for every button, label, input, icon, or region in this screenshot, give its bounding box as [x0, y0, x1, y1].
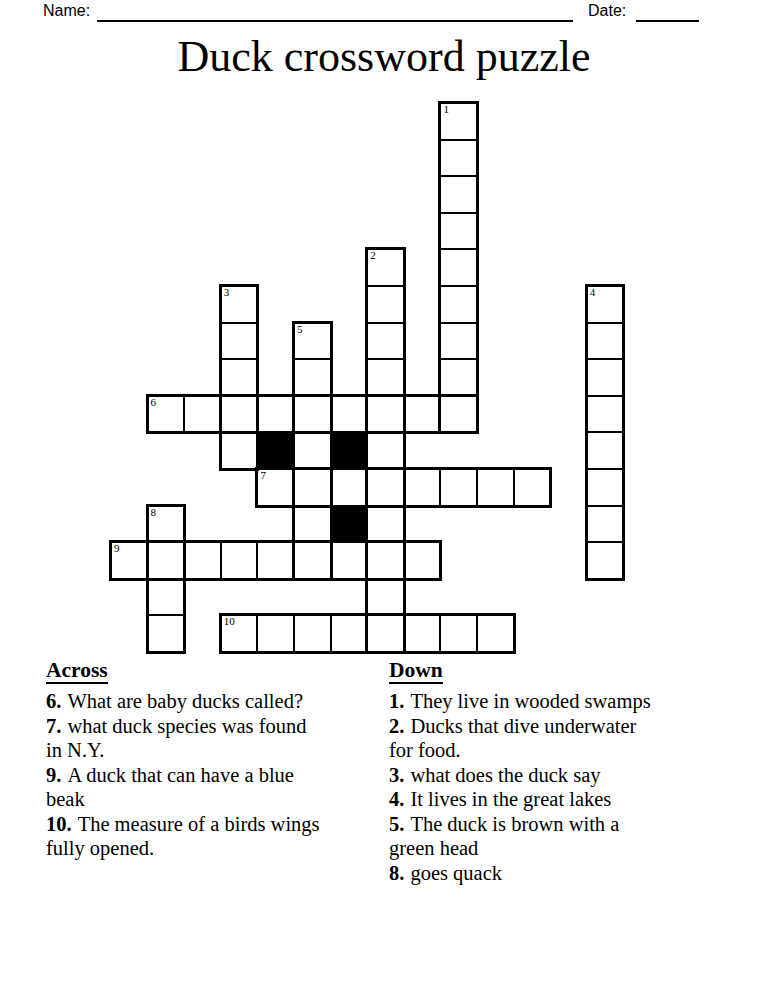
cell-number: 10 [224, 615, 235, 628]
cell-number: 4 [590, 286, 596, 299]
grid-cell[interactable] [256, 614, 295, 653]
black-cell [256, 431, 295, 470]
grid-cell[interactable] [366, 285, 405, 324]
cell-number: 7 [260, 469, 266, 482]
grid-cell[interactable] [366, 322, 405, 361]
grid-cell[interactable] [183, 395, 222, 434]
clue-number: 10. [46, 813, 72, 835]
grid-cell[interactable] [366, 541, 405, 580]
grid-cell[interactable] [439, 395, 478, 434]
grid-cell[interactable]: 5 [293, 322, 332, 361]
down-clues: Down 1.They live in wooded swamps2.Ducks… [389, 658, 724, 885]
grid-cell[interactable] [439, 212, 478, 251]
clue-item-5: 5.The duck is brown with a green head [389, 812, 724, 861]
grid-cell[interactable] [220, 358, 259, 397]
grid-cell[interactable] [439, 139, 478, 178]
grid-cell[interactable] [403, 395, 442, 434]
clue-item-7: 7.what duck species was found in N.Y. [46, 714, 381, 763]
grid-cell[interactable] [586, 322, 625, 361]
worksheet-page: Name: Date: Duck crossword puzzle 123456… [0, 0, 768, 994]
grid-cell[interactable] [476, 614, 515, 653]
clue-text: They live in wooded swamps [410, 690, 650, 712]
down-clue-list: 1.They live in wooded swamps2.Ducks that… [389, 689, 724, 885]
clue-number: 8. [389, 862, 404, 884]
date-label: Date: [588, 2, 626, 20]
grid-cell[interactable] [330, 541, 369, 580]
grid-cell[interactable] [293, 541, 332, 580]
grid-cell[interactable]: 6 [147, 395, 186, 434]
black-cell [330, 431, 369, 470]
grid-cell[interactable] [513, 468, 552, 507]
grid-cell[interactable] [366, 395, 405, 434]
grid-cell[interactable] [366, 431, 405, 470]
grid-cell[interactable] [293, 431, 332, 470]
grid-cell[interactable]: 1 [439, 102, 478, 141]
grid-cell[interactable] [403, 468, 442, 507]
clue-number: 5. [389, 813, 404, 835]
clue-text: It lives in the great lakes [410, 788, 611, 810]
grid-cell[interactable] [439, 614, 478, 653]
cell-number: 6 [151, 396, 157, 409]
page-title: Duck crossword puzzle [0, 31, 768, 82]
down-heading: Down [389, 658, 443, 684]
grid-cell[interactable] [183, 541, 222, 580]
grid-cell[interactable]: 10 [220, 614, 259, 653]
clue-text: goes quack [410, 862, 502, 884]
crossword-grid: 12345678910 [110, 102, 626, 655]
grid-cell[interactable] [220, 322, 259, 361]
clue-number: 4. [389, 788, 404, 810]
grid-cell[interactable] [366, 578, 405, 617]
clue-item-10: 10.The measure of a birds wings fully op… [46, 812, 381, 861]
grid-cell[interactable]: 4 [586, 285, 625, 324]
cell-number: 1 [443, 103, 449, 116]
grid-cell[interactable] [293, 505, 332, 544]
clue-text: The measure of a birds wings fully opene… [46, 813, 320, 860]
grid-cell[interactable] [293, 614, 332, 653]
grid-cell[interactable] [439, 175, 478, 214]
grid-cell[interactable] [586, 541, 625, 580]
cell-number: 2 [370, 249, 376, 262]
grid-cell[interactable] [220, 395, 259, 434]
cell-number: 3 [224, 286, 230, 299]
clue-text: Ducks that dive underwater for food. [389, 715, 636, 762]
clue-item-6: 6.What are baby ducks called? [46, 689, 381, 714]
clue-item-4: 4.It lives in the great lakes [389, 787, 724, 812]
grid-cell[interactable] [293, 358, 332, 397]
grid-cell[interactable] [439, 285, 478, 324]
grid-cell[interactable] [403, 614, 442, 653]
grid-cell[interactable] [586, 431, 625, 470]
grid-cell[interactable] [147, 541, 186, 580]
grid-cell[interactable] [439, 322, 478, 361]
grid-cell[interactable] [366, 358, 405, 397]
clue-number: 7. [46, 715, 61, 737]
grid-cell[interactable] [366, 505, 405, 544]
clue-text: A duck that can have a blue beak [46, 764, 294, 811]
grid-cell[interactable]: 9 [110, 541, 149, 580]
cell-number: 9 [114, 542, 120, 555]
grid-cell[interactable] [330, 614, 369, 653]
clue-item-9: 9.A duck that can have a blue beak [46, 763, 381, 812]
grid-cell[interactable] [256, 541, 295, 580]
clue-number: 2. [389, 715, 404, 737]
grid-cell[interactable] [147, 614, 186, 653]
clue-number: 9. [46, 764, 61, 786]
clue-text: what does the duck say [410, 764, 600, 786]
clue-number: 1. [389, 690, 404, 712]
grid-cell[interactable] [256, 395, 295, 434]
name-label: Name: [43, 2, 90, 20]
grid-cell[interactable] [586, 358, 625, 397]
grid-cell[interactable] [220, 431, 259, 470]
grid-cell[interactable] [586, 505, 625, 544]
clue-text: What are baby ducks called? [67, 690, 303, 712]
grid-cell[interactable]: 7 [256, 468, 295, 507]
grid-cell[interactable] [330, 395, 369, 434]
grid-cell[interactable]: 2 [366, 248, 405, 287]
grid-cell[interactable] [439, 248, 478, 287]
grid-cell[interactable] [147, 578, 186, 617]
grid-cell[interactable] [476, 468, 515, 507]
clue-item-1: 1.They live in wooded swamps [389, 689, 724, 714]
clue-text: The duck is brown with a green head [389, 813, 619, 860]
grid-cell[interactable] [403, 541, 442, 580]
across-clue-list: 6.What are baby ducks called?7.what duck… [46, 689, 381, 861]
clue-item-8: 8.goes quack [389, 861, 724, 886]
across-clues: Across 6.What are baby ducks called?7.wh… [46, 658, 381, 861]
across-heading: Across [46, 658, 108, 684]
grid-cell[interactable] [366, 468, 405, 507]
grid-cell[interactable]: 8 [147, 505, 186, 544]
grid-cell[interactable] [439, 468, 478, 507]
name-line[interactable] [97, 0, 573, 22]
clue-item-2: 2.Ducks that dive underwater for food. [389, 714, 724, 763]
grid-cell[interactable] [293, 395, 332, 434]
clue-item-3: 3.what does the duck say [389, 763, 724, 788]
grid-cell[interactable] [586, 468, 625, 507]
grid-cell[interactable] [366, 614, 405, 653]
clue-text: what duck species was found in N.Y. [46, 715, 306, 762]
grid-cell[interactable] [293, 468, 332, 507]
grid-cell[interactable] [439, 358, 478, 397]
grid-cell[interactable] [586, 395, 625, 434]
grid-cell[interactable]: 3 [220, 285, 259, 324]
clue-number: 3. [389, 764, 404, 786]
cell-number: 8 [151, 506, 157, 519]
cell-number: 5 [297, 323, 303, 336]
black-cell [330, 505, 369, 544]
date-line[interactable] [636, 0, 699, 22]
grid-cell[interactable] [220, 541, 259, 580]
clue-number: 6. [46, 690, 61, 712]
grid-cell[interactable] [330, 468, 369, 507]
